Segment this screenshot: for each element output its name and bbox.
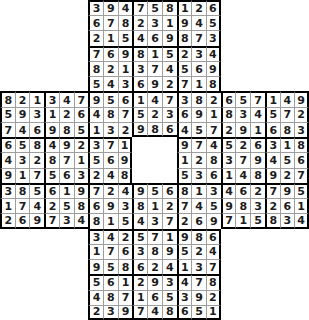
cell-r7c21[interactable]: 9 — [294, 91, 309, 106]
cell-r21c8[interactable]: 3 — [103, 305, 118, 320]
cell-r21c9[interactable]: 9 — [118, 305, 133, 320]
cell-r14c11[interactable]: 1 — [147, 198, 162, 213]
cell-r16c12[interactable]: 1 — [162, 229, 177, 244]
cell-r5c9[interactable]: 1 — [118, 61, 133, 76]
cell-r1c13[interactable]: 1 — [177, 0, 192, 15]
cell-r3c12[interactable]: 9 — [162, 30, 177, 45]
cell-r8c7[interactable]: 4 — [88, 107, 103, 122]
cell-r9c20[interactable]: 8 — [280, 122, 295, 137]
cell-r12c15[interactable]: 6 — [206, 168, 221, 183]
cell-r9c6[interactable]: 5 — [74, 122, 89, 137]
cell-r14c1[interactable]: 1 — [0, 198, 15, 213]
cell-r11c21[interactable]: 6 — [294, 152, 309, 167]
cell-r9c9[interactable]: 2 — [118, 122, 133, 137]
cell-r10c18[interactable]: 6 — [250, 137, 265, 152]
cell-r14c9[interactable]: 3 — [118, 198, 133, 213]
cell-r6c14[interactable]: 1 — [191, 76, 206, 91]
cell-r7c7[interactable]: 9 — [88, 91, 103, 106]
cell-r19c15[interactable]: 8 — [206, 274, 221, 289]
cell-r21c10[interactable]: 7 — [132, 305, 147, 320]
cell-r20c11[interactable]: 6 — [147, 290, 162, 305]
cell-r20c14[interactable]: 9 — [191, 290, 206, 305]
cell-r8c13[interactable]: 6 — [177, 107, 192, 122]
cell-r7c3[interactable]: 1 — [29, 91, 44, 106]
cell-r11c14[interactable]: 2 — [191, 152, 206, 167]
cell-r18c8[interactable]: 5 — [103, 259, 118, 274]
cell-r15c2[interactable]: 6 — [15, 213, 30, 228]
cell-r10c4[interactable]: 4 — [44, 137, 59, 152]
cell-r13c12[interactable]: 6 — [162, 183, 177, 198]
cell-r15c15[interactable]: 9 — [206, 213, 221, 228]
cell-r10c15[interactable]: 4 — [206, 137, 221, 152]
cell-r6c7[interactable]: 5 — [88, 76, 103, 91]
cell-r12c7[interactable]: 2 — [88, 168, 103, 183]
cell-r7c19[interactable]: 1 — [265, 91, 280, 106]
cell-r7c14[interactable]: 8 — [191, 91, 206, 106]
cell-r12c13[interactable]: 5 — [177, 168, 192, 183]
cell-r8c1[interactable]: 5 — [0, 107, 15, 122]
cell-r1c9[interactable]: 4 — [118, 0, 133, 15]
cell-r8c8[interactable]: 8 — [103, 107, 118, 122]
cell-r12c14[interactable]: 3 — [191, 168, 206, 183]
cell-r6c11[interactable]: 9 — [147, 76, 162, 91]
cell-r18c9[interactable]: 8 — [118, 259, 133, 274]
cell-r15c3[interactable]: 9 — [29, 213, 44, 228]
cell-r11c9[interactable]: 9 — [118, 152, 133, 167]
cell-r12c17[interactable]: 4 — [235, 168, 250, 183]
cell-r12c1[interactable]: 9 — [0, 168, 15, 183]
cell-r9c14[interactable]: 5 — [191, 122, 206, 137]
cell-r21c16 — [221, 305, 236, 320]
cell-r19c13[interactable]: 4 — [177, 274, 192, 289]
cell-r10c8[interactable]: 7 — [103, 137, 118, 152]
cell-r11c2[interactable]: 3 — [15, 152, 30, 167]
cell-r1c20 — [280, 0, 295, 15]
cell-r14c15[interactable]: 5 — [206, 198, 221, 213]
cell-r10c3[interactable]: 8 — [29, 137, 44, 152]
cell-r17c7[interactable]: 1 — [88, 244, 103, 259]
cell-r2c11[interactable]: 3 — [147, 15, 162, 30]
cell-r8c12[interactable]: 3 — [162, 107, 177, 122]
cell-r8c10[interactable]: 5 — [132, 107, 147, 122]
cell-r11c20[interactable]: 5 — [280, 152, 295, 167]
cell-r14c10[interactable]: 8 — [132, 198, 147, 213]
cell-r9c10[interactable]: 9 — [132, 122, 147, 137]
cell-r10c13[interactable]: 9 — [177, 137, 192, 152]
cell-r19c8[interactable]: 6 — [103, 274, 118, 289]
cell-r19c9[interactable]: 1 — [118, 274, 133, 289]
cell-r11c18[interactable]: 9 — [250, 152, 265, 167]
cell-r13c14[interactable]: 1 — [191, 183, 206, 198]
cell-r19c7[interactable]: 5 — [88, 274, 103, 289]
cell-r9c15[interactable]: 7 — [206, 122, 221, 137]
cell-r7c13[interactable]: 3 — [177, 91, 192, 106]
cell-r17c9[interactable]: 6 — [118, 244, 133, 259]
cell-r6c12[interactable]: 2 — [162, 76, 177, 91]
cell-r4c10[interactable]: 8 — [132, 46, 147, 61]
cell-r13c4[interactable]: 6 — [44, 183, 59, 198]
cell-r12c4[interactable]: 5 — [44, 168, 59, 183]
cell-r2c13[interactable]: 9 — [177, 15, 192, 30]
cell-r7c11[interactable]: 4 — [147, 91, 162, 106]
cell-r6c21 — [294, 76, 309, 91]
cell-r20c10[interactable]: 1 — [132, 290, 147, 305]
cell-r3c11[interactable]: 6 — [147, 30, 162, 45]
cell-r13c11[interactable]: 5 — [147, 183, 162, 198]
cell-r14c21[interactable]: 1 — [294, 198, 309, 213]
cell-r15c7[interactable]: 8 — [88, 213, 103, 228]
cell-r9c16[interactable]: 2 — [221, 122, 236, 137]
cell-r17c13[interactable]: 5 — [177, 244, 192, 259]
cell-r21c11[interactable]: 4 — [147, 305, 162, 320]
cell-r10c21[interactable]: 8 — [294, 137, 309, 152]
cell-r15c16[interactable]: 7 — [221, 213, 236, 228]
cell-r5c14[interactable]: 6 — [191, 61, 206, 76]
cell-r12c3[interactable]: 7 — [29, 168, 44, 183]
cell-r1c15[interactable]: 6 — [206, 0, 221, 15]
cell-r15c6[interactable]: 4 — [74, 213, 89, 228]
cell-r7c17[interactable]: 5 — [235, 91, 250, 106]
cell-r15c20[interactable]: 3 — [280, 213, 295, 228]
cell-r21c7[interactable]: 2 — [88, 305, 103, 320]
cell-r11c1[interactable]: 4 — [0, 152, 15, 167]
cell-r2c7[interactable]: 6 — [88, 15, 103, 30]
cell-r13c7[interactable]: 7 — [88, 183, 103, 198]
cell-r13c15[interactable]: 3 — [206, 183, 221, 198]
cell-r13c6[interactable]: 9 — [74, 183, 89, 198]
cell-r18c12[interactable]: 4 — [162, 259, 177, 274]
cell-r3c15[interactable]: 3 — [206, 30, 221, 45]
cell-r3c7[interactable]: 2 — [88, 30, 103, 45]
cell-r2c14[interactable]: 4 — [191, 15, 206, 30]
cell-r3c9[interactable]: 5 — [118, 30, 133, 45]
cell-r4c15[interactable]: 4 — [206, 46, 221, 61]
cell-r12c20[interactable]: 2 — [280, 168, 295, 183]
cell-r10c7[interactable]: 3 — [88, 137, 103, 152]
cell-r7c5[interactable]: 4 — [59, 91, 74, 106]
cell-r9c18[interactable]: 1 — [250, 122, 265, 137]
cell-r13c16[interactable]: 4 — [221, 183, 236, 198]
cell-r15c13[interactable]: 2 — [177, 213, 192, 228]
cell-r14c14[interactable]: 4 — [191, 198, 206, 213]
cell-r13c2[interactable]: 8 — [15, 183, 30, 198]
cell-r17c15[interactable]: 4 — [206, 244, 221, 259]
cell-r10c1[interactable]: 6 — [0, 137, 15, 152]
cell-r13c18[interactable]: 2 — [250, 183, 265, 198]
cell-r14c17[interactable]: 8 — [235, 198, 250, 213]
cell-r9c12[interactable]: 6 — [162, 122, 177, 137]
cell-r2c15[interactable]: 5 — [206, 15, 221, 30]
cell-r9c11[interactable]: 8 — [147, 122, 162, 137]
cell-r8c19[interactable]: 5 — [265, 107, 280, 122]
cell-r17c10[interactable]: 3 — [132, 244, 147, 259]
cell-r18c15[interactable]: 7 — [206, 259, 221, 274]
cell-r1c7[interactable]: 3 — [88, 0, 103, 15]
cell-r11c17[interactable]: 7 — [235, 152, 250, 167]
cell-r13c9[interactable]: 4 — [118, 183, 133, 198]
cell-r9c17[interactable]: 9 — [235, 122, 250, 137]
cell-r7c12[interactable]: 7 — [162, 91, 177, 106]
cell-r10c14[interactable]: 7 — [191, 137, 206, 152]
cell-r8c6[interactable]: 6 — [74, 107, 89, 122]
cell-r14c4[interactable]: 2 — [44, 198, 59, 213]
cell-r14c16[interactable]: 9 — [221, 198, 236, 213]
cell-r9c4[interactable]: 9 — [44, 122, 59, 137]
cell-r12c18[interactable]: 8 — [250, 168, 265, 183]
cell-r5c13[interactable]: 5 — [177, 61, 192, 76]
cell-r9c5[interactable]: 8 — [59, 122, 74, 137]
cell-r17c12[interactable]: 9 — [162, 244, 177, 259]
cell-r13c19[interactable]: 7 — [265, 183, 280, 198]
cell-r2c12[interactable]: 1 — [162, 15, 177, 30]
cell-r8c5[interactable]: 2 — [59, 107, 74, 122]
cell-r7c10[interactable]: 1 — [132, 91, 147, 106]
cell-r9c13[interactable]: 4 — [177, 122, 192, 137]
cell-r5c21 — [294, 61, 309, 76]
cell-r15c18[interactable]: 5 — [250, 213, 265, 228]
cell-r11c4[interactable]: 8 — [44, 152, 59, 167]
cell-r16c7[interactable]: 3 — [88, 229, 103, 244]
cell-r1c17 — [235, 0, 250, 15]
cell-r4c9[interactable]: 9 — [118, 46, 133, 61]
cell-r8c21[interactable]: 2 — [294, 107, 309, 122]
cell-r18c11[interactable]: 2 — [147, 259, 162, 274]
cell-r15c9[interactable]: 5 — [118, 213, 133, 228]
cell-r17c14[interactable]: 2 — [191, 244, 206, 259]
cell-r17c8[interactable]: 7 — [103, 244, 118, 259]
cell-r21c13[interactable]: 6 — [177, 305, 192, 320]
cell-r11c8[interactable]: 6 — [103, 152, 118, 167]
cell-r11c15[interactable]: 8 — [206, 152, 221, 167]
cell-r9c19[interactable]: 6 — [265, 122, 280, 137]
cell-r9c8[interactable]: 3 — [103, 122, 118, 137]
cell-r5c10[interactable]: 3 — [132, 61, 147, 76]
cell-r11c6[interactable]: 1 — [74, 152, 89, 167]
cell-r10c9[interactable]: 1 — [118, 137, 133, 152]
cell-r12c21[interactable]: 7 — [294, 168, 309, 183]
cell-r15c5[interactable]: 3 — [59, 213, 74, 228]
cell-r13c1[interactable]: 3 — [0, 183, 15, 198]
cell-r20c9[interactable]: 7 — [118, 290, 133, 305]
cell-r7c18[interactable]: 7 — [250, 91, 265, 106]
cell-r12c2[interactable]: 1 — [15, 168, 30, 183]
cell-r11c7[interactable]: 5 — [88, 152, 103, 167]
cell-r12c6[interactable]: 3 — [74, 168, 89, 183]
cell-r20c13[interactable]: 3 — [177, 290, 192, 305]
cell-r1c8[interactable]: 9 — [103, 0, 118, 15]
cell-r3c13[interactable]: 8 — [177, 30, 192, 45]
cell-r16c14[interactable]: 8 — [191, 229, 206, 244]
cell-r8c11[interactable]: 2 — [147, 107, 162, 122]
cell-r6c8[interactable]: 4 — [103, 76, 118, 91]
cell-r13c10[interactable]: 9 — [132, 183, 147, 198]
cell-r6c15[interactable]: 8 — [206, 76, 221, 91]
cell-r19c2 — [15, 274, 30, 289]
cell-r7c9[interactable]: 6 — [118, 91, 133, 106]
cell-r13c8[interactable]: 2 — [103, 183, 118, 198]
cell-r5c12[interactable]: 4 — [162, 61, 177, 76]
cell-r8c4[interactable]: 1 — [44, 107, 59, 122]
cell-r9c2[interactable]: 4 — [15, 122, 30, 137]
cell-r16c16 — [221, 229, 236, 244]
cell-r14c5[interactable]: 5 — [59, 198, 74, 213]
cell-r5c8[interactable]: 2 — [103, 61, 118, 76]
cell-r12c5[interactable]: 6 — [59, 168, 74, 183]
cell-r8c14[interactable]: 9 — [191, 107, 206, 122]
cell-r8c9[interactable]: 7 — [118, 107, 133, 122]
cell-r16c8[interactable]: 4 — [103, 229, 118, 244]
cell-r6c1 — [0, 76, 15, 91]
cell-r11c19[interactable]: 4 — [265, 152, 280, 167]
cell-r8c16[interactable]: 8 — [221, 107, 236, 122]
cell-r10c2[interactable]: 5 — [15, 137, 30, 152]
cell-r21c14[interactable]: 5 — [191, 305, 206, 320]
cell-r14c6[interactable]: 8 — [74, 198, 89, 213]
cell-r7c4[interactable]: 3 — [44, 91, 59, 106]
cell-r21c12[interactable]: 8 — [162, 305, 177, 320]
cell-r18c7[interactable]: 9 — [88, 259, 103, 274]
cell-r15c8[interactable]: 1 — [103, 213, 118, 228]
cell-r14c19[interactable]: 2 — [265, 198, 280, 213]
cell-r18c14[interactable]: 3 — [191, 259, 206, 274]
cell-r16c10[interactable]: 5 — [132, 229, 147, 244]
cell-r4c13[interactable]: 2 — [177, 46, 192, 61]
cell-r18c13[interactable]: 1 — [177, 259, 192, 274]
cell-r13c17[interactable]: 6 — [235, 183, 250, 198]
cell-r3c8[interactable]: 1 — [103, 30, 118, 45]
cell-r15c17[interactable]: 1 — [235, 213, 250, 228]
cell-r11c5[interactable]: 7 — [59, 152, 74, 167]
cell-r1c11[interactable]: 5 — [147, 0, 162, 15]
cell-r7c8[interactable]: 5 — [103, 91, 118, 106]
cell-r15c10[interactable]: 4 — [132, 213, 147, 228]
cell-r7c15[interactable]: 2 — [206, 91, 221, 106]
cell-r11c13[interactable]: 1 — [177, 152, 192, 167]
cell-r12c16[interactable]: 1 — [221, 168, 236, 183]
cell-r20c8[interactable]: 8 — [103, 290, 118, 305]
cell-r10c19[interactable]: 3 — [265, 137, 280, 152]
cell-r7c16[interactable]: 6 — [221, 91, 236, 106]
cell-r20c7[interactable]: 4 — [88, 290, 103, 305]
cell-r14c13[interactable]: 7 — [177, 198, 192, 213]
cell-r15c19[interactable]: 8 — [265, 213, 280, 228]
cell-r5c7[interactable]: 8 — [88, 61, 103, 76]
cell-r20c12[interactable]: 5 — [162, 290, 177, 305]
cell-r12c8[interactable]: 4 — [103, 168, 118, 183]
cell-r18c10[interactable]: 6 — [132, 259, 147, 274]
cell-r6c16 — [221, 76, 236, 91]
cell-r8c18[interactable]: 4 — [250, 107, 265, 122]
cell-r8c3[interactable]: 3 — [29, 107, 44, 122]
cell-r13c13[interactable]: 8 — [177, 183, 192, 198]
cell-r19c14[interactable]: 7 — [191, 274, 206, 289]
cell-r16c15[interactable]: 6 — [206, 229, 221, 244]
cell-r4c11[interactable]: 1 — [147, 46, 162, 61]
cell-r13c21[interactable]: 5 — [294, 183, 309, 198]
cell-r15c4[interactable]: 7 — [44, 213, 59, 228]
cell-r9c21[interactable]: 3 — [294, 122, 309, 137]
cell-r4c14[interactable]: 3 — [191, 46, 206, 61]
cell-r20c15[interactable]: 2 — [206, 290, 221, 305]
cell-r2c10[interactable]: 2 — [132, 15, 147, 30]
cell-r16c9[interactable]: 2 — [118, 229, 133, 244]
cell-r16c11[interactable]: 7 — [147, 229, 162, 244]
cell-r13c3[interactable]: 5 — [29, 183, 44, 198]
cell-r7c6[interactable]: 7 — [74, 91, 89, 106]
cell-r16c13[interactable]: 9 — [177, 229, 192, 244]
cell-r8c17[interactable]: 3 — [235, 107, 250, 122]
cell-r7c20[interactable]: 4 — [280, 91, 295, 106]
cell-r15c1[interactable]: 2 — [0, 213, 15, 228]
cell-r9c1[interactable]: 7 — [0, 122, 15, 137]
cell-r10c6[interactable]: 2 — [74, 137, 89, 152]
cell-r10c20[interactable]: 1 — [280, 137, 295, 152]
cell-r14c2[interactable]: 7 — [15, 198, 30, 213]
cell-r15c11[interactable]: 3 — [147, 213, 162, 228]
cell-r2c8[interactable]: 7 — [103, 15, 118, 30]
cell-r7c2[interactable]: 2 — [15, 91, 30, 106]
cell-r10c17[interactable]: 2 — [235, 137, 250, 152]
cell-r6c9[interactable]: 3 — [118, 76, 133, 91]
cell-r11c3[interactable]: 2 — [29, 152, 44, 167]
cell-r6c10[interactable]: 6 — [132, 76, 147, 91]
cell-r10c5[interactable]: 9 — [59, 137, 74, 152]
cell-r2c9[interactable]: 8 — [118, 15, 133, 30]
cell-r7c1[interactable]: 8 — [0, 91, 15, 106]
cell-r21c15[interactable]: 1 — [206, 305, 221, 320]
cell-r21c5 — [59, 305, 74, 320]
cell-r8c20[interactable]: 7 — [280, 107, 295, 122]
cell-r1c12[interactable]: 8 — [162, 0, 177, 15]
cell-r9c7[interactable]: 1 — [88, 122, 103, 137]
cell-r5c11[interactable]: 7 — [147, 61, 162, 76]
cell-r4c8[interactable]: 6 — [103, 46, 118, 61]
cell-r13c5[interactable]: 1 — [59, 183, 74, 198]
cell-r19c12[interactable]: 3 — [162, 274, 177, 289]
cell-r19c11[interactable]: 9 — [147, 274, 162, 289]
cell-r1c10[interactable]: 7 — [132, 0, 147, 15]
cell-r15c21[interactable]: 4 — [294, 213, 309, 228]
cell-r14c20[interactable]: 6 — [280, 198, 295, 213]
cell-r17c11[interactable]: 8 — [147, 244, 162, 259]
cell-r1c14[interactable]: 2 — [191, 0, 206, 15]
cell-r14c7[interactable]: 6 — [88, 198, 103, 213]
cell-r15c12[interactable]: 7 — [162, 213, 177, 228]
cell-r12c9[interactable]: 8 — [118, 168, 133, 183]
cell-r15c14[interactable]: 6 — [191, 213, 206, 228]
cell-r11c16[interactable]: 3 — [221, 152, 236, 167]
cell-r19c16 — [221, 274, 236, 289]
cell-r4c12[interactable]: 5 — [162, 46, 177, 61]
cell-r8c15[interactable]: 1 — [206, 107, 221, 122]
cell-r13c20[interactable]: 9 — [280, 183, 295, 198]
cell-r12c19[interactable]: 9 — [265, 168, 280, 183]
cell-r4c7[interactable]: 7 — [88, 46, 103, 61]
cell-r19c10[interactable]: 2 — [132, 274, 147, 289]
cell-r3c10[interactable]: 4 — [132, 30, 147, 45]
cell-r14c3[interactable]: 4 — [29, 198, 44, 213]
cell-r5c15[interactable]: 9 — [206, 61, 221, 76]
cell-r10c16[interactable]: 5 — [221, 137, 236, 152]
cell-r9c3[interactable]: 6 — [29, 122, 44, 137]
cell-r6c13[interactable]: 7 — [177, 76, 192, 91]
cell-r14c8[interactable]: 9 — [103, 198, 118, 213]
cell-r8c2[interactable]: 9 — [15, 107, 30, 122]
cell-r14c12[interactable]: 2 — [162, 198, 177, 213]
cell-r14c18[interactable]: 3 — [250, 198, 265, 213]
cell-r20c1 — [0, 290, 15, 305]
cell-r3c14[interactable]: 7 — [191, 30, 206, 45]
